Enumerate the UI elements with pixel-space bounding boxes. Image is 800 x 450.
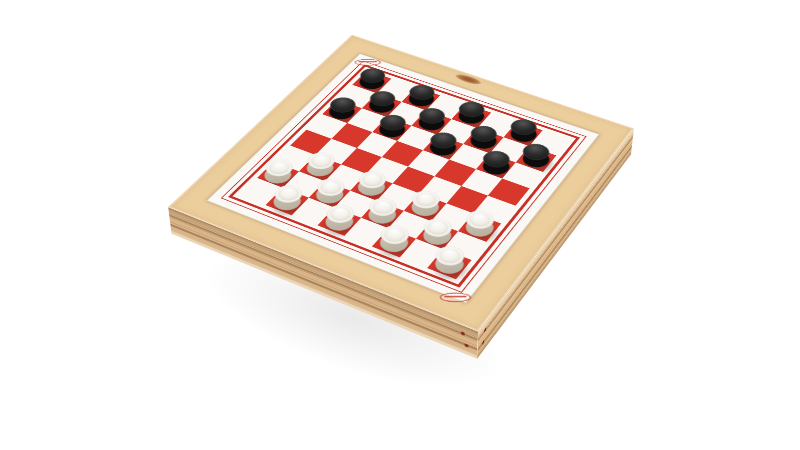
perspective-scene (0, 0, 800, 450)
wood-knot-icon (453, 73, 483, 87)
checkers-board (240, 70, 570, 279)
board-frame (168, 35, 634, 332)
game-box (172, 60, 631, 359)
corner-pin-dot (484, 327, 486, 333)
product-photo-stage (0, 0, 800, 450)
corner-pin-dot (464, 343, 468, 348)
brand-stamp-bottom (440, 293, 472, 302)
corner-pin-dot (461, 331, 465, 336)
corner-pin-dot (482, 339, 484, 345)
brand-stamp-top (355, 59, 381, 65)
